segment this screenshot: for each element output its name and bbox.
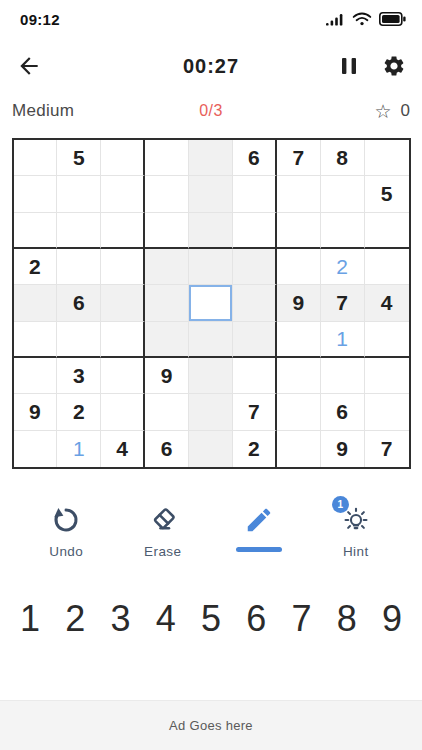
cell-r4c2[interactable] [57, 249, 101, 285]
star-icon: ☆ [374, 102, 391, 121]
cell-r3c9[interactable] [365, 213, 409, 249]
cell-r7c5[interactable] [189, 358, 233, 394]
cell-r2c9[interactable]: 5 [365, 176, 409, 212]
cell-r4c4[interactable] [145, 249, 189, 285]
cell-r6c4[interactable] [145, 322, 189, 358]
cell-r1c1[interactable] [14, 140, 58, 176]
score-wrap: ☆ 0 [374, 101, 410, 121]
cell-r8c1[interactable]: 9 [14, 394, 58, 430]
cell-r8c5[interactable] [189, 394, 233, 430]
undo-label: Undo [49, 544, 83, 559]
cell-r9c1[interactable] [14, 431, 58, 467]
cell-r9c5[interactable] [189, 431, 233, 467]
numpad-9[interactable]: 9 [382, 601, 402, 637]
eraser-icon [148, 505, 178, 535]
cell-r6c7[interactable] [277, 322, 321, 358]
cell-r2c1[interactable] [14, 176, 58, 212]
erase-label: Erase [144, 544, 181, 559]
cell-r7c2[interactable]: 3 [57, 358, 101, 394]
settings-button[interactable] [382, 54, 406, 78]
cell-r4c6[interactable] [233, 249, 277, 285]
cell-r2c7[interactable] [277, 176, 321, 212]
numpad-4[interactable]: 4 [156, 601, 176, 637]
pause-icon [340, 56, 358, 76]
cell-r9c2[interactable]: 1 [57, 431, 101, 467]
numpad-7[interactable]: 7 [291, 601, 311, 637]
cell-r3c2[interactable] [57, 213, 101, 249]
cell-r9c7[interactable] [277, 431, 321, 467]
ad-text: Ad Goes here [169, 718, 253, 733]
cell-r3c6[interactable] [233, 213, 277, 249]
cell-r5c9[interactable]: 4 [365, 285, 409, 321]
cell-r7c8[interactable] [321, 358, 365, 394]
cell-r1c2[interactable]: 5 [57, 140, 101, 176]
number-pad: 123456789 [0, 601, 422, 637]
cell-r2c4[interactable] [145, 176, 189, 212]
cell-r1c9[interactable] [365, 140, 409, 176]
cell-r5c2[interactable]: 6 [57, 285, 101, 321]
cell-r1c4[interactable] [145, 140, 189, 176]
cell-r2c2[interactable] [57, 176, 101, 212]
cell-r4c9[interactable] [365, 249, 409, 285]
numpad-3[interactable]: 3 [110, 601, 130, 637]
cell-r2c6[interactable] [233, 176, 277, 212]
numpad-2[interactable]: 2 [65, 601, 85, 637]
cell-r7c4[interactable]: 9 [145, 358, 189, 394]
cell-r6c2[interactable] [57, 322, 101, 358]
cell-r9c4[interactable]: 6 [145, 431, 189, 467]
undo-icon [51, 505, 81, 535]
cell-r4c8[interactable]: 2 [321, 249, 365, 285]
cell-r9c8[interactable]: 9 [321, 431, 365, 467]
cell-r8c4[interactable] [145, 394, 189, 430]
cell-r2c3[interactable] [101, 176, 145, 212]
numpad-1[interactable]: 1 [20, 601, 40, 637]
gear-icon [382, 54, 406, 78]
cell-r6c9[interactable] [365, 322, 409, 358]
cell-r3c1[interactable] [14, 213, 58, 249]
cell-r7c1[interactable] [14, 358, 58, 394]
cell-r3c7[interactable] [277, 213, 321, 249]
game-header: 00:27 [0, 46, 422, 86]
cell-r5c8[interactable]: 7 [321, 285, 365, 321]
ad-banner[interactable]: Ad Goes here [0, 700, 422, 750]
pencil-icon [244, 505, 274, 535]
cell-r5c1[interactable] [14, 285, 58, 321]
sudoku-board: 567852269741399276146297 [12, 138, 411, 469]
undo-button[interactable]: Undo [26, 505, 106, 559]
numpad-8[interactable]: 8 [337, 601, 357, 637]
cell-r7c3[interactable] [101, 358, 145, 394]
cell-r6c3[interactable] [101, 322, 145, 358]
cell-r4c7[interactable] [277, 249, 321, 285]
hint-count-badge: 1 [332, 496, 349, 513]
hint-label: Hint [343, 544, 369, 559]
cell-r8c9[interactable] [365, 394, 409, 430]
cell-r8c2[interactable]: 2 [57, 394, 101, 430]
cell-r8c8[interactable]: 6 [321, 394, 365, 430]
cell-r3c4[interactable] [145, 213, 189, 249]
cell-r7c7[interactable] [277, 358, 321, 394]
clock: 09:12 [20, 11, 60, 28]
cell-r8c7[interactable] [277, 394, 321, 430]
cell-r9c9[interactable]: 7 [365, 431, 409, 467]
cell-r2c8[interactable] [321, 176, 365, 212]
cell-r2c5[interactable] [189, 176, 233, 212]
cell-r5c5[interactable] [189, 285, 233, 321]
pencil-active-underline [236, 547, 282, 552]
pause-button[interactable] [340, 56, 358, 76]
cell-r9c3[interactable]: 4 [101, 431, 145, 467]
cell-r3c8[interactable] [321, 213, 365, 249]
cell-r4c5[interactable] [189, 249, 233, 285]
cell-r5c7[interactable]: 9 [277, 285, 321, 321]
cell-r1c8[interactable]: 8 [321, 140, 365, 176]
numpad-5[interactable]: 5 [201, 601, 221, 637]
cell-r3c3[interactable] [101, 213, 145, 249]
cell-r1c3[interactable] [101, 140, 145, 176]
numpad-6[interactable]: 6 [246, 601, 266, 637]
cell-r1c7[interactable]: 7 [277, 140, 321, 176]
battery-icon [379, 12, 406, 26]
erase-button[interactable]: Erase [123, 505, 203, 559]
cell-r1c6[interactable]: 6 [233, 140, 277, 176]
cellular-signal-icon [325, 11, 345, 27]
cell-r4c3[interactable] [101, 249, 145, 285]
hint-button[interactable]: 1 Hint [316, 505, 396, 559]
status-bar: 09:12 [0, 0, 422, 30]
cell-r6c1[interactable] [14, 322, 58, 358]
cell-r6c5[interactable] [189, 322, 233, 358]
cell-r6c8[interactable]: 1 [321, 322, 365, 358]
toolbar: Undo Erase 1 [0, 505, 422, 559]
cell-r8c3[interactable] [101, 394, 145, 430]
cell-r4c1[interactable]: 2 [14, 249, 58, 285]
score-value: 0 [401, 101, 410, 121]
cell-r9c6[interactable]: 2 [233, 431, 277, 467]
cell-r7c6[interactable] [233, 358, 277, 394]
game-info-row: Medium 0/3 ☆ 0 [0, 96, 422, 126]
cell-r7c9[interactable] [365, 358, 409, 394]
cell-r5c4[interactable] [145, 285, 189, 321]
cell-r3c5[interactable] [189, 213, 233, 249]
pencil-mode-button[interactable] [219, 505, 299, 552]
cell-r5c6[interactable] [233, 285, 277, 321]
cell-r8c6[interactable]: 7 [233, 394, 277, 430]
cell-r1c5[interactable] [189, 140, 233, 176]
mistakes-counter: 0/3 [0, 102, 422, 120]
cell-r6c6[interactable] [233, 322, 277, 358]
wifi-icon [352, 11, 372, 27]
cell-r5c3[interactable] [101, 285, 145, 321]
